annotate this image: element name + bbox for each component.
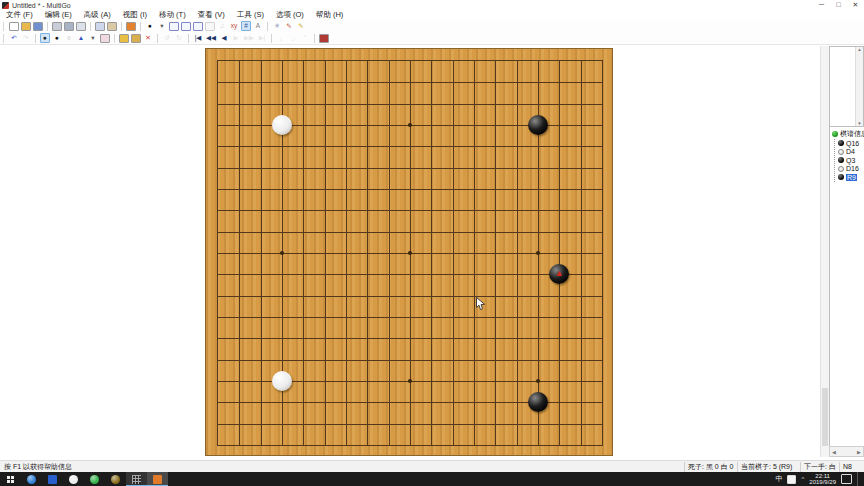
mouse-cursor (475, 297, 487, 311)
rotate-left[interactable]: ↺ (162, 33, 172, 43)
tree-move-node[interactable]: Q3 (838, 156, 864, 165)
game-tree-panel[interactable]: 棋谱信息 Q16 D4 Q3 D16 (829, 127, 864, 446)
next-stone-dropdown[interactable]: ▾ (157, 21, 167, 31)
menu-item[interactable]: 视图 (I) (117, 10, 153, 20)
toolbar-separator (314, 34, 315, 43)
stone-icon (838, 166, 844, 172)
grid-line-vertical (581, 61, 582, 445)
star-point-k16 (408, 123, 412, 127)
stone-icon (838, 149, 844, 155)
tree-horizontal-scrollbar[interactable]: ◀ ▶ (829, 446, 864, 457)
taskbar: 中 ^ 22:11 2019/9/29 (0, 472, 864, 486)
taskbar-app-glyph (7, 476, 14, 483)
star-point-q10 (536, 251, 540, 255)
stone-black-r9: ▲ (549, 264, 569, 284)
undo[interactable]: ↶ (9, 33, 19, 43)
title-bar: Untitled * - MultiGo ─ □ ✕ (0, 0, 864, 10)
markup-dropdown[interactable]: ▾ (88, 33, 98, 43)
menu-item[interactable]: 查看 (V) (192, 10, 231, 20)
stone-icon (838, 174, 844, 180)
status-current-move: 当前棋子: 5 (R9) (737, 462, 800, 472)
move-label: D16 (846, 165, 859, 172)
taskbar-app-white-icon[interactable] (63, 472, 84, 486)
nav-forward-fast[interactable]: ▶▶ (243, 33, 255, 43)
tree-root-label: 棋谱信息 (840, 129, 864, 139)
play-move-mode[interactable]: ● (40, 33, 50, 43)
tree-move-node[interactable]: D16 (838, 165, 864, 174)
toolbar-separator (90, 22, 91, 31)
eraser-tool[interactable] (100, 34, 110, 43)
comment-panel[interactable]: ▲ ▼ (829, 46, 864, 127)
coordinates-toggle[interactable]: # (241, 21, 251, 31)
add-black-stone[interactable]: ● (52, 33, 62, 43)
toolbar-grip (3, 22, 6, 31)
tree-move-list: Q16 D4 Q3 D16 R9 (834, 139, 864, 182)
edit-pencil[interactable]: ✎ (284, 21, 294, 31)
toolbar-edit-navigate: ↶↷●●○▲▾✕↺↻|◀◀◀◀▶▶▶▶|⌞⌟⌝ (0, 32, 864, 45)
labels-toggle[interactable]: A (253, 21, 263, 31)
grid-line-vertical (431, 61, 432, 445)
stone-black-q3 (528, 392, 548, 412)
nav-forward[interactable]: ▶ (231, 33, 241, 43)
branch-up[interactable]: ⌞ (276, 33, 286, 43)
pass-button[interactable] (119, 34, 129, 43)
taskbar-app-glyph (69, 475, 78, 484)
toolbar-separator (157, 34, 158, 43)
tree-move-node[interactable]: D4 (838, 148, 864, 157)
close-button[interactable]: ✕ (847, 0, 864, 10)
toolbar-grip (3, 34, 6, 43)
star-point-q4 (536, 379, 540, 383)
redo[interactable]: ↷ (21, 33, 31, 43)
nav-first[interactable]: |◀ (193, 33, 203, 43)
new-file[interactable] (9, 22, 19, 31)
sound-toggle[interactable]: ♫ (217, 21, 227, 31)
view-whole-board[interactable] (169, 22, 179, 31)
print-setup[interactable] (52, 22, 62, 31)
taskbar-clock[interactable]: 22:11 2019/9/29 (809, 473, 836, 486)
taskbar-app-glyph (90, 475, 99, 484)
copy[interactable] (95, 22, 105, 31)
markup-tool[interactable]: ▲ (76, 33, 86, 43)
status-next-move: 下一手: 白 (800, 462, 839, 472)
window-title: Untitled * - MultiGo (12, 2, 71, 9)
move-label: R9 (846, 174, 857, 181)
toolbar-separator (140, 22, 141, 31)
analyze-tool[interactable]: ✳ (272, 21, 282, 31)
stone-black-q16 (528, 115, 548, 135)
grid-line-horizontal (218, 274, 602, 275)
stone-icon (838, 140, 844, 146)
star-point-k10 (408, 251, 412, 255)
hidden-icons-chevron[interactable]: ^ (801, 476, 804, 482)
show-desktop-button[interactable] (857, 472, 861, 486)
taskbar-multigo-icon[interactable] (126, 472, 147, 486)
menu-item[interactable]: 选项 (O) (270, 10, 310, 20)
toolbar-separator (271, 34, 272, 43)
delete-move[interactable]: ✕ (143, 33, 153, 43)
add-white-stone[interactable]: ○ (64, 33, 74, 43)
move-number-toggle[interactable]: xy (229, 21, 239, 31)
move-label: Q3 (846, 157, 855, 164)
menu-item[interactable]: 编辑 (E) (39, 10, 78, 20)
menu-bar: 文件 (F)编辑 (E)高级 (A)视图 (I)移动 (T)查看 (V)工具 (… (0, 10, 864, 20)
tree-move-node[interactable]: R9 (838, 173, 864, 182)
view-custom[interactable] (205, 22, 215, 31)
star-point-k4 (408, 379, 412, 383)
grid-line-horizontal (218, 424, 602, 425)
grid-line-vertical (559, 61, 560, 445)
taskbar-app-glyph (132, 475, 141, 484)
scroll-down-icon[interactable]: ▼ (857, 121, 861, 126)
toolbar-separator (35, 34, 36, 43)
game-info-icon (832, 131, 838, 137)
taskbar-app-glyph (27, 475, 36, 484)
toolbar-separator (47, 22, 48, 31)
game-tree-button[interactable] (319, 34, 329, 43)
view-top-half[interactable] (181, 22, 191, 31)
tree-scrollbar-thumb[interactable] (822, 388, 828, 446)
grid-line-horizontal (218, 360, 602, 361)
action-center-icon[interactable] (841, 474, 852, 484)
tree-root-node[interactable]: 棋谱信息 (830, 127, 864, 139)
taskbar-app-orange-icon[interactable] (147, 472, 168, 486)
status-captures: 死子: 黑 0 白 0 (684, 462, 737, 472)
move-label: D4 (846, 148, 855, 155)
nav-last[interactable]: ▶| (257, 33, 267, 43)
taskbar-browser-icon[interactable] (21, 472, 42, 486)
taskbar-app-gold-icon[interactable] (105, 472, 126, 486)
stone-white-d4 (272, 371, 292, 391)
open-file[interactable] (21, 22, 31, 31)
taskbar-app-glyph (153, 475, 162, 484)
view-quarter[interactable] (193, 22, 203, 31)
grid-line-horizontal (218, 317, 602, 318)
menu-item[interactable]: 文件 (F) (0, 10, 39, 20)
toolbar-separator (114, 34, 115, 43)
taskbar-app-glyph (111, 475, 120, 484)
toolbar-standard: ●▾♫xy#A✳✎✎ (0, 20, 864, 32)
branch-down[interactable]: ⌟ (288, 33, 298, 43)
scroll-right-icon[interactable]: ▶ (855, 449, 863, 455)
stone-white-d16 (272, 115, 292, 135)
taskbar-app-green-icon[interactable] (84, 472, 105, 486)
grid-line-horizontal (218, 338, 602, 339)
system-tray: 中 ^ 22:11 2019/9/29 (775, 472, 864, 486)
app-icon (2, 2, 9, 9)
menu-item[interactable]: 工具 (S) (231, 10, 270, 20)
move-label: Q16 (846, 140, 859, 147)
rotate-right[interactable]: ↻ (174, 33, 184, 43)
grid-line-vertical (453, 61, 454, 445)
tree-vertical-scrollbar[interactable] (820, 46, 829, 457)
game-information[interactable] (126, 22, 136, 31)
ime-mode-icon[interactable] (787, 475, 796, 484)
ime-indicator[interactable]: 中 (775, 474, 782, 484)
minimize-button[interactable]: ─ (813, 0, 830, 10)
next-stone-black[interactable]: ● (145, 21, 155, 31)
print[interactable] (64, 22, 74, 31)
grid-line-vertical (517, 61, 518, 445)
stone-icon (838, 157, 844, 163)
taskbar-app-blue-icon[interactable] (42, 472, 63, 486)
window-controls: ─ □ ✕ (813, 0, 864, 10)
brush-tool[interactable]: ✎ (296, 21, 306, 31)
scroll-up-icon[interactable]: ▲ (857, 47, 861, 52)
grid-line-vertical (474, 61, 475, 445)
paste[interactable] (107, 22, 117, 31)
status-cursor-coordinate: N8 (839, 462, 862, 472)
nav-back-fast[interactable]: ◀◀ (205, 33, 217, 43)
menu-item[interactable]: 帮助 (H) (310, 10, 350, 20)
status-help-text: 按 F1 以获得帮助信息 (0, 462, 684, 472)
grid-line-horizontal (218, 296, 602, 297)
estimate-score[interactable] (131, 34, 141, 43)
branch-main[interactable]: ⌝ (300, 33, 310, 43)
taskbar-start-button[interactable] (0, 472, 21, 486)
toolbar-separator (267, 22, 268, 31)
menu-item[interactable]: 移动 (T) (153, 10, 192, 20)
tree-move-node[interactable]: Q16 (838, 139, 864, 148)
last-move-marker: ▲ (555, 269, 564, 278)
taskbar-app-glyph (48, 475, 57, 484)
taskbar-apps (0, 472, 168, 486)
menu-item[interactable]: 高级 (A) (78, 10, 117, 20)
save-file[interactable] (33, 22, 43, 31)
grid-line-vertical (495, 61, 496, 445)
clock-date: 2019/9/29 (809, 479, 836, 486)
nav-back[interactable]: ◀ (219, 33, 229, 43)
toolbar-separator (188, 34, 189, 43)
maximize-button[interactable]: □ (830, 0, 847, 10)
scroll-left-icon[interactable]: ◀ (830, 449, 838, 455)
comment-scrollbar[interactable]: ▲ ▼ (855, 47, 863, 126)
go-board-grid: ▲ (217, 60, 603, 446)
star-point-d10 (280, 251, 284, 255)
toolbar-separator (121, 22, 122, 31)
go-board[interactable]: ▲ (205, 48, 613, 456)
print-preview[interactable] (76, 22, 86, 31)
